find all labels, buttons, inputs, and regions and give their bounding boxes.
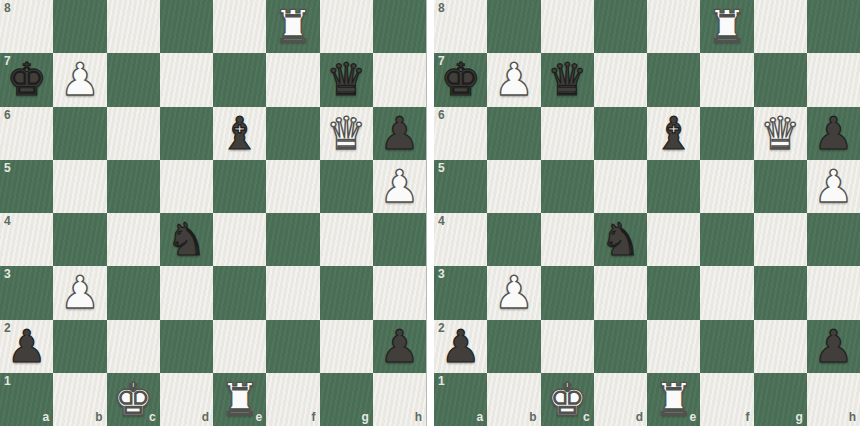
file-label-h: h bbox=[415, 411, 422, 423]
square-d4[interactable]: ♞ bbox=[594, 213, 647, 266]
square-e7[interactable] bbox=[647, 53, 700, 106]
piece-black-king-a7[interactable]: ♚ bbox=[440, 53, 480, 106]
square-c7[interactable]: ♛ bbox=[541, 53, 594, 106]
square-a1[interactable]: 1a bbox=[0, 373, 53, 426]
square-g3[interactable] bbox=[320, 266, 373, 319]
square-h3[interactable] bbox=[373, 266, 426, 319]
square-c4[interactable] bbox=[541, 213, 594, 266]
square-d7[interactable] bbox=[594, 53, 647, 106]
piece-white-pawn-b7[interactable]: ♟ bbox=[494, 53, 534, 106]
square-h3[interactable] bbox=[807, 266, 860, 319]
square-f5[interactable] bbox=[700, 160, 753, 213]
square-d5[interactable] bbox=[594, 160, 647, 213]
rank-label-4: 4 bbox=[438, 215, 445, 227]
piece-white-king-c1[interactable]: ♚ bbox=[113, 373, 153, 426]
square-g1[interactable]: g bbox=[754, 373, 807, 426]
square-f3[interactable] bbox=[266, 266, 319, 319]
square-c5[interactable] bbox=[541, 160, 594, 213]
square-c1[interactable]: c♚ bbox=[107, 373, 160, 426]
square-f5[interactable] bbox=[266, 160, 319, 213]
piece-white-pawn-h5[interactable]: ♟ bbox=[813, 160, 853, 213]
square-f2[interactable] bbox=[266, 320, 319, 373]
square-a8[interactable]: 8 bbox=[434, 0, 487, 53]
square-f3[interactable] bbox=[700, 266, 753, 319]
square-c1[interactable]: c♚ bbox=[541, 373, 594, 426]
square-h8[interactable] bbox=[807, 0, 860, 53]
square-b4[interactable] bbox=[487, 213, 540, 266]
square-b7[interactable]: ♟ bbox=[53, 53, 106, 106]
piece-white-rook-f8[interactable]: ♜ bbox=[707, 0, 747, 53]
square-c5[interactable] bbox=[107, 160, 160, 213]
square-f2[interactable] bbox=[700, 320, 753, 373]
rank-label-6: 6 bbox=[438, 109, 445, 121]
square-a1[interactable]: 1a bbox=[434, 373, 487, 426]
square-g1[interactable]: g bbox=[320, 373, 373, 426]
square-g4[interactable] bbox=[320, 213, 373, 266]
rank-label-1: 1 bbox=[4, 375, 11, 387]
square-h2[interactable]: ♟ bbox=[807, 320, 860, 373]
piece-white-pawn-b7[interactable]: ♟ bbox=[60, 53, 100, 106]
rank-label-8: 8 bbox=[4, 2, 11, 14]
square-e1[interactable]: e♜ bbox=[647, 373, 700, 426]
square-d4[interactable]: ♞ bbox=[160, 213, 213, 266]
file-label-b: b bbox=[529, 411, 536, 423]
square-d3[interactable] bbox=[160, 266, 213, 319]
square-g7[interactable]: ♛ bbox=[320, 53, 373, 106]
square-b3[interactable]: ♟ bbox=[53, 266, 106, 319]
square-g6[interactable]: ♛ bbox=[320, 107, 373, 160]
file-label-f: f bbox=[746, 411, 750, 423]
piece-black-king-a7[interactable]: ♚ bbox=[6, 53, 46, 106]
square-f8[interactable]: ♜ bbox=[266, 0, 319, 53]
square-a5[interactable]: 5 bbox=[0, 160, 53, 213]
piece-black-bishop-e6[interactable]: ♝ bbox=[653, 107, 693, 160]
square-d6[interactable] bbox=[594, 107, 647, 160]
square-h6[interactable]: ♟ bbox=[807, 107, 860, 160]
square-e4[interactable] bbox=[647, 213, 700, 266]
piece-white-rook-e1[interactable]: ♜ bbox=[219, 373, 259, 426]
right-board: 8♜7♚♟♛6♝♛♟5♟4♞3♟2♟♟1abc♚de♜fgh bbox=[434, 0, 860, 426]
square-b6[interactable] bbox=[53, 107, 106, 160]
square-e3[interactable] bbox=[647, 266, 700, 319]
square-d5[interactable] bbox=[160, 160, 213, 213]
square-a7[interactable]: 7♚ bbox=[434, 53, 487, 106]
square-h2[interactable]: ♟ bbox=[373, 320, 426, 373]
square-a2[interactable]: 2♟ bbox=[0, 320, 53, 373]
square-e8[interactable] bbox=[213, 0, 266, 53]
square-d8[interactable] bbox=[160, 0, 213, 53]
square-a2[interactable]: 2♟ bbox=[434, 320, 487, 373]
rank-label-5: 5 bbox=[438, 162, 445, 174]
square-b2[interactable] bbox=[53, 320, 106, 373]
square-e5[interactable] bbox=[213, 160, 266, 213]
square-b1[interactable]: b bbox=[487, 373, 540, 426]
square-e6[interactable]: ♝ bbox=[647, 107, 700, 160]
file-label-g: g bbox=[795, 411, 802, 423]
file-label-d: d bbox=[202, 411, 209, 423]
square-b7[interactable]: ♟ bbox=[487, 53, 540, 106]
file-label-a: a bbox=[43, 411, 50, 423]
square-a6[interactable]: 6 bbox=[434, 107, 487, 160]
square-b8[interactable] bbox=[487, 0, 540, 53]
square-h5[interactable]: ♟ bbox=[373, 160, 426, 213]
square-c8[interactable] bbox=[107, 0, 160, 53]
file-label-g: g bbox=[361, 411, 368, 423]
square-a3[interactable]: 3 bbox=[0, 266, 53, 319]
piece-white-pawn-b3[interactable]: ♟ bbox=[494, 266, 534, 319]
rank-label-1: 1 bbox=[438, 375, 445, 387]
square-b3[interactable]: ♟ bbox=[487, 266, 540, 319]
rank-label-6: 6 bbox=[4, 109, 11, 121]
file-label-d: d bbox=[636, 411, 643, 423]
square-e8[interactable] bbox=[647, 0, 700, 53]
square-b8[interactable] bbox=[53, 0, 106, 53]
square-d6[interactable] bbox=[160, 107, 213, 160]
square-c2[interactable] bbox=[541, 320, 594, 373]
piece-white-queen-g6[interactable]: ♛ bbox=[326, 107, 366, 160]
square-d7[interactable] bbox=[160, 53, 213, 106]
square-g2[interactable] bbox=[320, 320, 373, 373]
left-board: 8♜7♚♟♛6♝♛♟5♟4♞3♟2♟♟1abc♚de♜fgh bbox=[0, 0, 426, 426]
piece-white-rook-e1[interactable]: ♜ bbox=[653, 373, 693, 426]
rank-label-8: 8 bbox=[438, 2, 445, 14]
piece-black-knight-d4[interactable]: ♞ bbox=[600, 213, 640, 266]
square-c6[interactable] bbox=[541, 107, 594, 160]
square-d1[interactable]: d bbox=[594, 373, 647, 426]
square-e6[interactable]: ♝ bbox=[213, 107, 266, 160]
square-f6[interactable] bbox=[266, 107, 319, 160]
square-h7[interactable] bbox=[373, 53, 426, 106]
file-label-b: b bbox=[95, 411, 102, 423]
piece-black-pawn-a2[interactable]: ♟ bbox=[440, 320, 480, 373]
chess-boards-container: 8♜7♚♟♛6♝♛♟5♟4♞3♟2♟♟1abc♚de♜fgh 8♜7♚♟♛6♝♛… bbox=[0, 0, 860, 426]
square-h5[interactable]: ♟ bbox=[807, 160, 860, 213]
square-a7[interactable]: 7♚ bbox=[0, 53, 53, 106]
square-f7[interactable] bbox=[266, 53, 319, 106]
square-h7[interactable] bbox=[807, 53, 860, 106]
square-g6[interactable]: ♛ bbox=[754, 107, 807, 160]
square-g7[interactable] bbox=[754, 53, 807, 106]
square-h1[interactable]: h bbox=[373, 373, 426, 426]
square-f1[interactable]: f bbox=[266, 373, 319, 426]
square-b5[interactable] bbox=[487, 160, 540, 213]
square-e4[interactable] bbox=[213, 213, 266, 266]
rank-label-3: 3 bbox=[4, 268, 11, 280]
file-label-a: a bbox=[477, 411, 484, 423]
square-a6[interactable]: 6 bbox=[0, 107, 53, 160]
square-b1[interactable]: b bbox=[53, 373, 106, 426]
square-e1[interactable]: e♜ bbox=[213, 373, 266, 426]
square-b6[interactable] bbox=[487, 107, 540, 160]
rank-label-3: 3 bbox=[438, 268, 445, 280]
square-c7[interactable] bbox=[107, 53, 160, 106]
square-d1[interactable]: d bbox=[160, 373, 213, 426]
piece-black-pawn-h6[interactable]: ♟ bbox=[379, 107, 419, 160]
square-c3[interactable] bbox=[107, 266, 160, 319]
piece-white-queen-g6[interactable]: ♛ bbox=[760, 107, 800, 160]
square-g4[interactable] bbox=[754, 213, 807, 266]
square-f4[interactable] bbox=[266, 213, 319, 266]
square-h4[interactable] bbox=[807, 213, 860, 266]
square-f8[interactable]: ♜ bbox=[700, 0, 753, 53]
square-e2[interactable] bbox=[647, 320, 700, 373]
piece-black-pawn-h6[interactable]: ♟ bbox=[813, 107, 853, 160]
square-e3[interactable] bbox=[213, 266, 266, 319]
square-h6[interactable]: ♟ bbox=[373, 107, 426, 160]
square-f4[interactable] bbox=[700, 213, 753, 266]
piece-white-king-c1[interactable]: ♚ bbox=[547, 373, 587, 426]
piece-white-pawn-b3[interactable]: ♟ bbox=[60, 266, 100, 319]
square-b4[interactable] bbox=[53, 213, 106, 266]
square-f7[interactable] bbox=[700, 53, 753, 106]
square-h8[interactable] bbox=[373, 0, 426, 53]
file-label-h: h bbox=[849, 411, 856, 423]
piece-white-rook-f8[interactable]: ♜ bbox=[273, 0, 313, 53]
square-e7[interactable] bbox=[213, 53, 266, 106]
piece-black-pawn-h2[interactable]: ♟ bbox=[813, 320, 853, 373]
square-a5[interactable]: 5 bbox=[434, 160, 487, 213]
rank-label-4: 4 bbox=[4, 215, 11, 227]
square-g8[interactable] bbox=[754, 0, 807, 53]
piece-black-bishop-e6[interactable]: ♝ bbox=[219, 107, 259, 160]
square-f1[interactable]: f bbox=[700, 373, 753, 426]
square-d2[interactable] bbox=[160, 320, 213, 373]
square-g2[interactable] bbox=[754, 320, 807, 373]
file-label-f: f bbox=[312, 411, 316, 423]
square-d2[interactable] bbox=[594, 320, 647, 373]
piece-black-pawn-a2[interactable]: ♟ bbox=[6, 320, 46, 373]
square-a4[interactable]: 4 bbox=[0, 213, 53, 266]
square-c4[interactable] bbox=[107, 213, 160, 266]
square-e5[interactable] bbox=[647, 160, 700, 213]
square-h1[interactable]: h bbox=[807, 373, 860, 426]
piece-black-queen-g7[interactable]: ♛ bbox=[326, 53, 366, 106]
square-a3[interactable]: 3 bbox=[434, 266, 487, 319]
square-h4[interactable] bbox=[373, 213, 426, 266]
square-a4[interactable]: 4 bbox=[434, 213, 487, 266]
square-c8[interactable] bbox=[541, 0, 594, 53]
square-c6[interactable] bbox=[107, 107, 160, 160]
square-d3[interactable] bbox=[594, 266, 647, 319]
piece-black-queen-c7[interactable]: ♛ bbox=[547, 53, 587, 106]
square-b2[interactable] bbox=[487, 320, 540, 373]
square-d8[interactable] bbox=[594, 0, 647, 53]
piece-black-pawn-h2[interactable]: ♟ bbox=[379, 320, 419, 373]
square-a8[interactable]: 8 bbox=[0, 0, 53, 53]
square-g3[interactable] bbox=[754, 266, 807, 319]
square-c2[interactable] bbox=[107, 320, 160, 373]
square-e2[interactable] bbox=[213, 320, 266, 373]
square-f6[interactable] bbox=[700, 107, 753, 160]
square-c3[interactable] bbox=[541, 266, 594, 319]
square-g5[interactable] bbox=[754, 160, 807, 213]
rank-label-5: 5 bbox=[4, 162, 11, 174]
piece-black-knight-d4[interactable]: ♞ bbox=[166, 213, 206, 266]
square-g8[interactable] bbox=[320, 0, 373, 53]
piece-white-pawn-h5[interactable]: ♟ bbox=[379, 160, 419, 213]
square-g5[interactable] bbox=[320, 160, 373, 213]
square-b5[interactable] bbox=[53, 160, 106, 213]
